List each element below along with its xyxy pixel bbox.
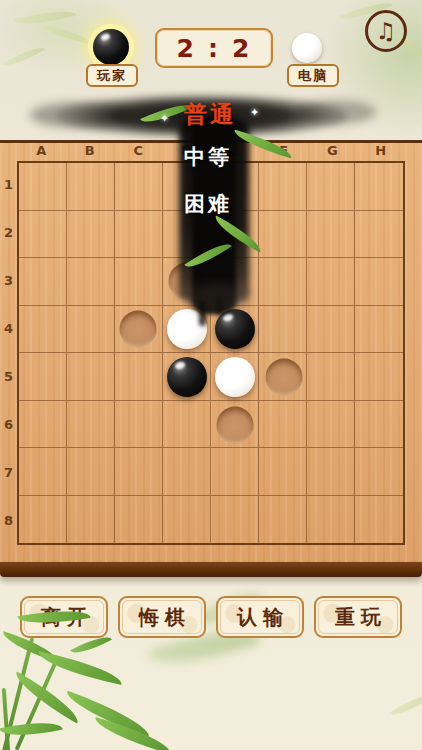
cell-d7[interactable] — [163, 448, 211, 496]
cell-c8[interactable] — [115, 496, 163, 544]
cell-d8[interactable] — [163, 496, 211, 544]
row-label-3: 3 — [0, 257, 17, 305]
score-white: 2 — [232, 34, 251, 63]
cell-c5[interactable] — [115, 353, 163, 401]
player-stone-black — [93, 29, 129, 65]
bamboo-leaf — [389, 689, 422, 722]
cell-g7[interactable] — [307, 448, 355, 496]
cell-h2[interactable] — [355, 211, 403, 259]
cell-c7[interactable] — [115, 448, 163, 496]
player-label: 玩家 — [86, 64, 138, 87]
row-label-8: 8 — [0, 497, 17, 545]
cell-h8[interactable] — [355, 496, 403, 544]
cell-b5[interactable] — [67, 353, 115, 401]
computer-label: 电脑 — [287, 64, 339, 87]
row-label-5: 5 — [0, 353, 17, 401]
col-label-g: G — [308, 143, 357, 159]
legal-move-hint-f5[interactable] — [265, 359, 302, 396]
computer-stone-white — [292, 33, 322, 63]
col-label-a: A — [17, 143, 66, 159]
row-label-6: 6 — [0, 401, 17, 449]
bamboo-leaf — [3, 42, 46, 72]
cell-a5[interactable] — [19, 353, 67, 401]
cell-h1[interactable] — [355, 163, 403, 211]
bamboo-leaf — [42, 25, 93, 44]
cell-a4[interactable] — [19, 306, 67, 354]
cell-g3[interactable] — [307, 258, 355, 306]
cell-b3[interactable] — [67, 258, 115, 306]
cell-c2[interactable] — [115, 211, 163, 259]
cell-b6[interactable] — [67, 401, 115, 449]
cell-g4[interactable] — [307, 306, 355, 354]
cell-f6[interactable] — [259, 401, 307, 449]
difficulty-option-medium[interactable]: 中等 — [163, 143, 253, 171]
cell-f4[interactable] — [259, 306, 307, 354]
cell-f2[interactable] — [259, 211, 307, 259]
legal-move-hint-d3[interactable] — [168, 263, 205, 300]
col-label-h: H — [357, 143, 406, 159]
white-stone-d4 — [167, 309, 207, 349]
cell-f1[interactable] — [259, 163, 307, 211]
cell-a2[interactable] — [19, 211, 67, 259]
cell-h7[interactable] — [355, 448, 403, 496]
cell-h4[interactable] — [355, 306, 403, 354]
resign-button[interactable]: 认输 — [216, 596, 304, 638]
white-stone-e5 — [215, 357, 255, 397]
cell-b1[interactable] — [67, 163, 115, 211]
row-label-4: 4 — [0, 305, 17, 353]
cell-e3[interactable] — [211, 258, 259, 306]
cell-g2[interactable] — [307, 211, 355, 259]
cell-h5[interactable] — [355, 353, 403, 401]
cell-a6[interactable] — [19, 401, 67, 449]
cell-c3[interactable] — [115, 258, 163, 306]
board-front-edge — [0, 562, 422, 577]
cell-a3[interactable] — [19, 258, 67, 306]
cell-h3[interactable] — [355, 258, 403, 306]
row-label-1: 1 — [0, 161, 17, 209]
cell-a8[interactable] — [19, 496, 67, 544]
ink-wisp — [296, 100, 376, 124]
cell-f8[interactable] — [259, 496, 307, 544]
cell-b2[interactable] — [67, 211, 115, 259]
cell-g6[interactable] — [307, 401, 355, 449]
col-label-b: B — [66, 143, 115, 159]
cell-f3[interactable] — [259, 258, 307, 306]
replay-button[interactable]: 重玩 — [314, 596, 402, 638]
difficulty-option-hard[interactable]: 困难 — [163, 190, 253, 218]
cell-e8[interactable] — [211, 496, 259, 544]
undo-button[interactable]: 悔棋 — [118, 596, 206, 638]
music-button[interactable]: ♫ — [365, 10, 407, 52]
cell-h6[interactable] — [355, 401, 403, 449]
cell-e7[interactable] — [211, 448, 259, 496]
score-black: 2 — [177, 34, 196, 63]
score-box: 2 : 2 — [155, 28, 273, 68]
music-note-icon: ♫ — [376, 18, 397, 44]
board-grid — [17, 161, 405, 545]
cell-c6[interactable] — [115, 401, 163, 449]
legal-move-hint-e6[interactable] — [217, 407, 254, 444]
ink-wisp — [30, 102, 130, 128]
cell-g5[interactable] — [307, 353, 355, 401]
black-stone-e4 — [215, 309, 255, 349]
score-separator: : — [208, 34, 220, 63]
col-label-c: C — [114, 143, 163, 159]
cell-f7[interactable] — [259, 448, 307, 496]
cell-b4[interactable] — [67, 306, 115, 354]
legal-move-hint-c4[interactable] — [120, 311, 157, 348]
cell-b8[interactable] — [67, 496, 115, 544]
cell-g1[interactable] — [307, 163, 355, 211]
difficulty-option-normal[interactable]: 普通 — [165, 99, 255, 130]
row-label-2: 2 — [0, 209, 17, 257]
cell-g8[interactable] — [307, 496, 355, 544]
cell-b7[interactable] — [67, 448, 115, 496]
cell-c1[interactable] — [115, 163, 163, 211]
black-stone-d5 — [167, 357, 207, 397]
cell-a1[interactable] — [19, 163, 67, 211]
cell-a7[interactable] — [19, 448, 67, 496]
row-label-7: 7 — [0, 449, 17, 497]
game-screen: 玩家 2 : 2 电脑 ♫ ABCDEFGH12345678 ✦ ✦ 普通 中等… — [0, 0, 422, 750]
cell-d6[interactable] — [163, 401, 211, 449]
